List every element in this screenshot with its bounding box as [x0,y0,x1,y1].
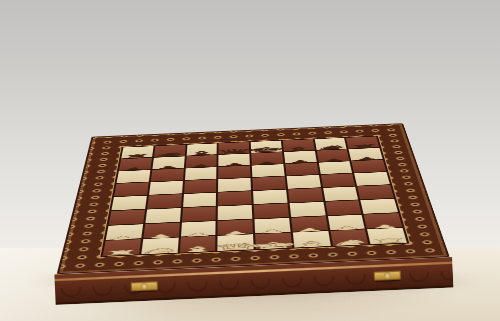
square-f7: ♟ [284,151,317,164]
square-h6 [352,160,387,173]
square-e7: ♟ [251,152,283,165]
square-g7: ♟ [316,149,349,162]
square-c4 [183,193,217,207]
square-c2: ♟ [180,221,215,237]
square-c7: ♟ [185,155,216,168]
piece-white-bishop: ♝ [176,245,219,254]
square-a7: ♟ [119,158,152,171]
square-b4 [147,194,181,208]
board-frame: ♜♞♝♛♚♝♞♜♟♟♟♟♟♟♟♟♟♟♟♟♟♟♟♟♜♞♝♛♚♝♞♜ [57,123,450,274]
square-g1: ♞ [330,229,369,245]
square-h4 [357,185,393,199]
piece-white-knight: ♞ [138,247,181,256]
square-c8: ♝ [186,143,217,155]
square-g4 [323,187,359,201]
piece-white-pawn: ♟ [296,227,324,233]
piece-white-pawn: ♟ [184,232,212,238]
square-e6 [252,164,285,177]
square-c3 [182,206,217,221]
square-a8: ♜ [121,146,153,158]
brass-latch-left-icon [130,281,158,291]
square-f5 [286,175,320,189]
square-c6 [184,167,216,180]
square-d2: ♟ [218,219,253,235]
piece-white-knight: ♞ [328,238,372,247]
piece-white-king: ♚ [248,240,300,250]
square-h8: ♜ [346,136,379,148]
square-f1: ♝ [293,231,331,247]
piece-white-queen: ♛ [211,242,259,252]
square-g8: ♞ [314,138,346,150]
scene: ♜♞♝♛♚♝♞♜♟♟♟♟♟♟♟♟♟♟♟♟♟♟♟♟♜♞♝♛♚♝♞♜ [0,0,500,321]
square-d7: ♟ [219,153,250,166]
square-f3 [289,202,325,217]
square-h7: ♟ [349,148,383,161]
square-d4 [218,191,252,205]
piece-white-rook: ♜ [101,249,140,257]
square-b6 [151,168,184,181]
square-a3 [109,210,145,225]
square-h5 [354,172,390,186]
piece-white-pawn: ♟ [333,225,362,231]
square-a4 [111,196,146,210]
chess-board: ♜♞♝♛♚♝♞♜♟♟♟♟♟♟♟♟♟♟♟♟♟♟♟♟♜♞♝♛♚♝♞♜ [57,123,450,274]
square-b2: ♟ [143,222,179,238]
square-a5 [114,182,148,196]
square-c5 [184,179,217,193]
piece-white-pawn: ♟ [221,230,249,236]
square-e8: ♚ [251,141,282,153]
square-e5 [252,177,285,191]
square-c1: ♝ [179,236,215,253]
square-a1: ♜ [103,239,141,256]
square-d3 [218,205,252,220]
square-b8: ♞ [154,145,185,157]
square-a2: ♟ [106,224,143,240]
square-b5 [149,181,183,195]
square-d8: ♛ [219,142,250,154]
square-e1: ♚ [255,233,292,250]
square-d1: ♛ [218,234,254,251]
brass-latch-right-icon [373,271,401,281]
piece-white-pawn: ♟ [259,229,287,235]
square-g3 [325,200,362,215]
square-g5 [320,174,355,188]
chess-board-grid: ♜♞♝♛♚♝♞♜♟♟♟♟♟♟♟♟♟♟♟♟♟♟♟♟♜♞♝♛♚♝♞♜ [100,136,409,257]
square-f2: ♟ [291,216,328,232]
square-d6 [218,165,250,178]
piece-white-rook: ♜ [368,237,408,245]
square-h3 [361,199,398,214]
square-a6 [117,170,151,183]
square-e4 [253,190,287,204]
square-b7: ♟ [152,156,184,169]
square-h2: ♟ [364,213,402,229]
square-d5 [218,178,251,192]
square-b1: ♞ [141,238,178,255]
square-g6 [318,161,352,174]
square-g2: ♟ [327,214,365,230]
square-h1: ♜ [367,228,407,244]
square-b3 [145,208,180,223]
square-e2: ♟ [254,218,290,234]
square-e3 [254,203,289,218]
piece-white-pawn: ♟ [370,224,399,230]
square-f6 [285,163,318,176]
piece-white-pawn: ♟ [109,235,138,241]
piece-white-bishop: ♝ [290,240,333,249]
piece-white-pawn: ♟ [147,233,175,239]
square-f4 [288,188,323,202]
